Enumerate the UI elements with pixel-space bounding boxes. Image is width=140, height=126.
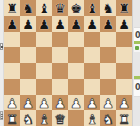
black-queen[interactable]: ♛ (54, 2, 66, 15)
square-e1[interactable] (68, 110, 84, 126)
square-a5[interactable] (4, 47, 20, 63)
sidebar-grip-icon[interactable] (0, 111, 3, 120)
square-g7[interactable]: ♟ (100, 16, 116, 32)
square-a6[interactable] (4, 32, 20, 48)
square-a3[interactable] (4, 79, 20, 95)
white-pawn[interactable]: ♟ (54, 96, 66, 109)
black-rook[interactable]: ♜ (6, 2, 18, 15)
opponent-status-row (134, 44, 140, 52)
square-f8[interactable]: ♝ (84, 0, 100, 16)
square-c5[interactable] (36, 47, 52, 63)
white-pawn[interactable]: ♟ (70, 96, 82, 109)
white-bishop[interactable]: ♝ (86, 112, 98, 125)
square-f7[interactable]: ♟ (84, 16, 100, 32)
square-g1[interactable]: ♞ (100, 110, 116, 126)
square-b1[interactable]: ♞ (20, 110, 36, 126)
square-h1[interactable]: ♜ (116, 110, 132, 126)
square-g6[interactable] (100, 32, 116, 48)
black-bishop[interactable]: ♝ (38, 2, 50, 15)
white-pawn[interactable]: ♟ (102, 96, 114, 109)
black-pawn[interactable]: ♟ (54, 18, 66, 31)
square-g2[interactable]: ♟ (100, 95, 116, 111)
black-knight[interactable]: ♞ (22, 2, 34, 15)
black-pawn[interactable]: ♟ (102, 18, 114, 31)
square-h6[interactable] (116, 32, 132, 48)
square-f6[interactable] (84, 32, 100, 48)
square-f4[interactable] (84, 63, 100, 79)
square-a7[interactable]: ♟ (4, 16, 20, 32)
white-rook[interactable]: ♜ (118, 112, 130, 125)
square-h2[interactable]: ♟ (116, 95, 132, 111)
white-pawn[interactable]: ♟ (86, 96, 98, 109)
square-h4[interactable] (116, 63, 132, 79)
square-b2[interactable]: ♟ (20, 95, 36, 111)
white-pawn[interactable]: ♟ (38, 96, 50, 109)
white-pawn[interactable]: ♟ (118, 96, 130, 109)
square-b3[interactable] (20, 79, 36, 95)
square-e5[interactable] (68, 47, 84, 63)
square-f3[interactable] (84, 79, 100, 95)
square-c8[interactable]: ♝ (36, 0, 52, 16)
white-bishop[interactable]: ♝ (38, 112, 50, 125)
square-d6[interactable] (52, 32, 68, 48)
chess-app-window: ♜♞♝♛♚♝♞♜♟♟♟♟♟♟♟♟♟♟♟♟♟♟♟♟♜♞♝♛♝♞♜ 05 05 (0, 0, 140, 126)
black-knight[interactable]: ♞ (102, 2, 114, 15)
square-b8[interactable]: ♞ (20, 0, 36, 16)
square-e6[interactable] (68, 32, 84, 48)
square-g8[interactable]: ♞ (100, 0, 116, 16)
black-king[interactable]: ♚ (70, 2, 82, 15)
square-e3[interactable] (68, 79, 84, 95)
right-player-panel-clipped: 05 05 (132, 0, 140, 126)
square-h7[interactable]: ♟ (116, 16, 132, 32)
square-g4[interactable] (100, 63, 116, 79)
square-f5[interactable] (84, 47, 100, 63)
black-pawn[interactable]: ♟ (6, 18, 18, 31)
square-a8[interactable]: ♜ (4, 0, 20, 16)
white-knight[interactable]: ♞ (22, 112, 34, 125)
square-c1[interactable]: ♝ (36, 110, 52, 126)
white-pawn[interactable]: ♟ (6, 96, 18, 109)
player-clock: 05 (134, 79, 140, 97)
square-e2[interactable]: ♟ (68, 95, 84, 111)
square-c3[interactable] (36, 79, 52, 95)
square-c7[interactable]: ♟ (36, 16, 52, 32)
square-d8[interactable]: ♛ (52, 0, 68, 16)
square-e8[interactable]: ♚ (68, 0, 84, 16)
black-pawn[interactable]: ♟ (38, 18, 50, 31)
square-f2[interactable]: ♟ (84, 95, 100, 111)
white-queen[interactable]: ♛ (54, 112, 66, 125)
square-d4[interactable] (52, 63, 68, 79)
black-pawn[interactable]: ♟ (22, 18, 34, 31)
black-pawn[interactable]: ♟ (118, 18, 130, 31)
black-bishop[interactable]: ♝ (86, 2, 98, 15)
square-a2[interactable]: ♟ (4, 95, 20, 111)
square-b5[interactable] (20, 47, 36, 63)
square-h3[interactable] (116, 79, 132, 95)
square-b7[interactable]: ♟ (20, 16, 36, 32)
sidebar-resize-grip-icon[interactable] (0, 43, 3, 50)
square-a4[interactable] (4, 63, 20, 79)
player-status-icon (135, 46, 139, 50)
square-e4[interactable] (68, 63, 84, 79)
square-c2[interactable]: ♟ (36, 95, 52, 111)
square-c6[interactable] (36, 32, 52, 48)
square-a1[interactable]: ♜ (4, 110, 20, 126)
black-pawn[interactable]: ♟ (86, 18, 98, 31)
chess-board[interactable]: ♜♞♝♛♚♝♞♜♟♟♟♟♟♟♟♟♟♟♟♟♟♟♟♟♜♞♝♛♝♞♜ (4, 0, 132, 126)
square-c4[interactable] (36, 63, 52, 79)
square-d3[interactable] (52, 79, 68, 95)
black-pawn[interactable]: ♟ (70, 18, 82, 31)
black-rook[interactable]: ♜ (118, 2, 130, 15)
white-knight[interactable]: ♞ (102, 112, 114, 125)
square-d7[interactable]: ♟ (52, 16, 68, 32)
square-d1[interactable]: ♛ (52, 110, 68, 126)
square-b6[interactable] (20, 32, 36, 48)
square-f1[interactable]: ♝ (84, 110, 100, 126)
square-e7[interactable]: ♟ (68, 16, 84, 32)
white-rook[interactable]: ♜ (6, 112, 18, 125)
square-d5[interactable] (52, 47, 68, 63)
square-h5[interactable] (116, 47, 132, 63)
square-g3[interactable] (100, 79, 116, 95)
square-b4[interactable] (20, 63, 36, 79)
white-pawn[interactable]: ♟ (22, 96, 34, 109)
square-d2[interactable]: ♟ (52, 95, 68, 111)
square-h8[interactable]: ♜ (116, 0, 132, 16)
square-g5[interactable] (100, 47, 116, 63)
player-clock-value: 05 (134, 80, 140, 96)
